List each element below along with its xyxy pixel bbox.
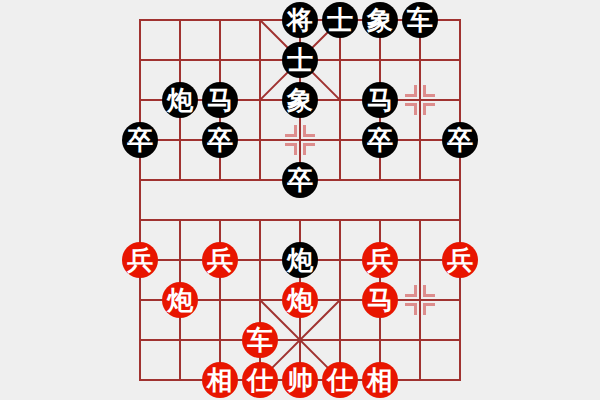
xiangqi-board[interactable]: 将士象车士炮马象马卒卒卒卒卒炮兵兵兵兵炮炮马车相仕帅仕相 — [140, 20, 460, 380]
black-soldier[interactable]: 卒 — [282, 162, 318, 198]
red-soldier[interactable]: 兵 — [442, 242, 478, 278]
last-move-marker — [405, 285, 435, 315]
red-elephant[interactable]: 相 — [202, 362, 238, 398]
black-cannon[interactable]: 炮 — [282, 242, 318, 278]
black-horse[interactable]: 马 — [362, 82, 398, 118]
black-soldier[interactable]: 卒 — [202, 122, 238, 158]
black-chariot[interactable]: 车 — [402, 2, 438, 38]
xiangqi-diagram: 将士象车士炮马象马卒卒卒卒卒炮兵兵兵兵炮炮马车相仕帅仕相 — [0, 0, 600, 400]
black-general[interactable]: 将 — [282, 2, 318, 38]
marker-corner — [405, 285, 417, 297]
black-advisor[interactable]: 士 — [322, 2, 358, 38]
marker-corner — [423, 285, 435, 297]
red-elephant[interactable]: 相 — [362, 362, 398, 398]
red-advisor[interactable]: 仕 — [322, 362, 358, 398]
last-move-marker — [285, 125, 315, 155]
black-soldier[interactable]: 卒 — [122, 122, 158, 158]
marker-corner — [405, 103, 417, 115]
black-advisor[interactable]: 士 — [282, 42, 318, 78]
marker-corner — [423, 103, 435, 115]
black-soldier[interactable]: 卒 — [442, 122, 478, 158]
marker-corner — [303, 143, 315, 155]
black-soldier[interactable]: 卒 — [362, 122, 398, 158]
black-elephant[interactable]: 象 — [362, 2, 398, 38]
board-line — [459, 19, 461, 381]
red-cannon[interactable]: 炮 — [162, 282, 198, 318]
black-elephant[interactable]: 象 — [282, 82, 318, 118]
last-move-marker — [405, 85, 435, 115]
marker-corner — [303, 125, 315, 137]
marker-corner — [423, 303, 435, 315]
red-horse[interactable]: 马 — [362, 282, 398, 318]
marker-corner — [285, 143, 297, 155]
marker-corner — [405, 85, 417, 97]
red-soldier[interactable]: 兵 — [362, 242, 398, 278]
marker-corner — [423, 85, 435, 97]
marker-corner — [405, 303, 417, 315]
red-advisor[interactable]: 仕 — [242, 362, 278, 398]
red-chariot[interactable]: 车 — [242, 322, 278, 358]
board-line — [139, 19, 141, 381]
marker-corner — [285, 125, 297, 137]
black-horse[interactable]: 马 — [202, 82, 238, 118]
red-cannon[interactable]: 炮 — [282, 282, 318, 318]
red-general[interactable]: 帅 — [282, 362, 318, 398]
black-cannon[interactable]: 炮 — [162, 82, 198, 118]
red-soldier[interactable]: 兵 — [122, 242, 158, 278]
red-soldier[interactable]: 兵 — [202, 242, 238, 278]
